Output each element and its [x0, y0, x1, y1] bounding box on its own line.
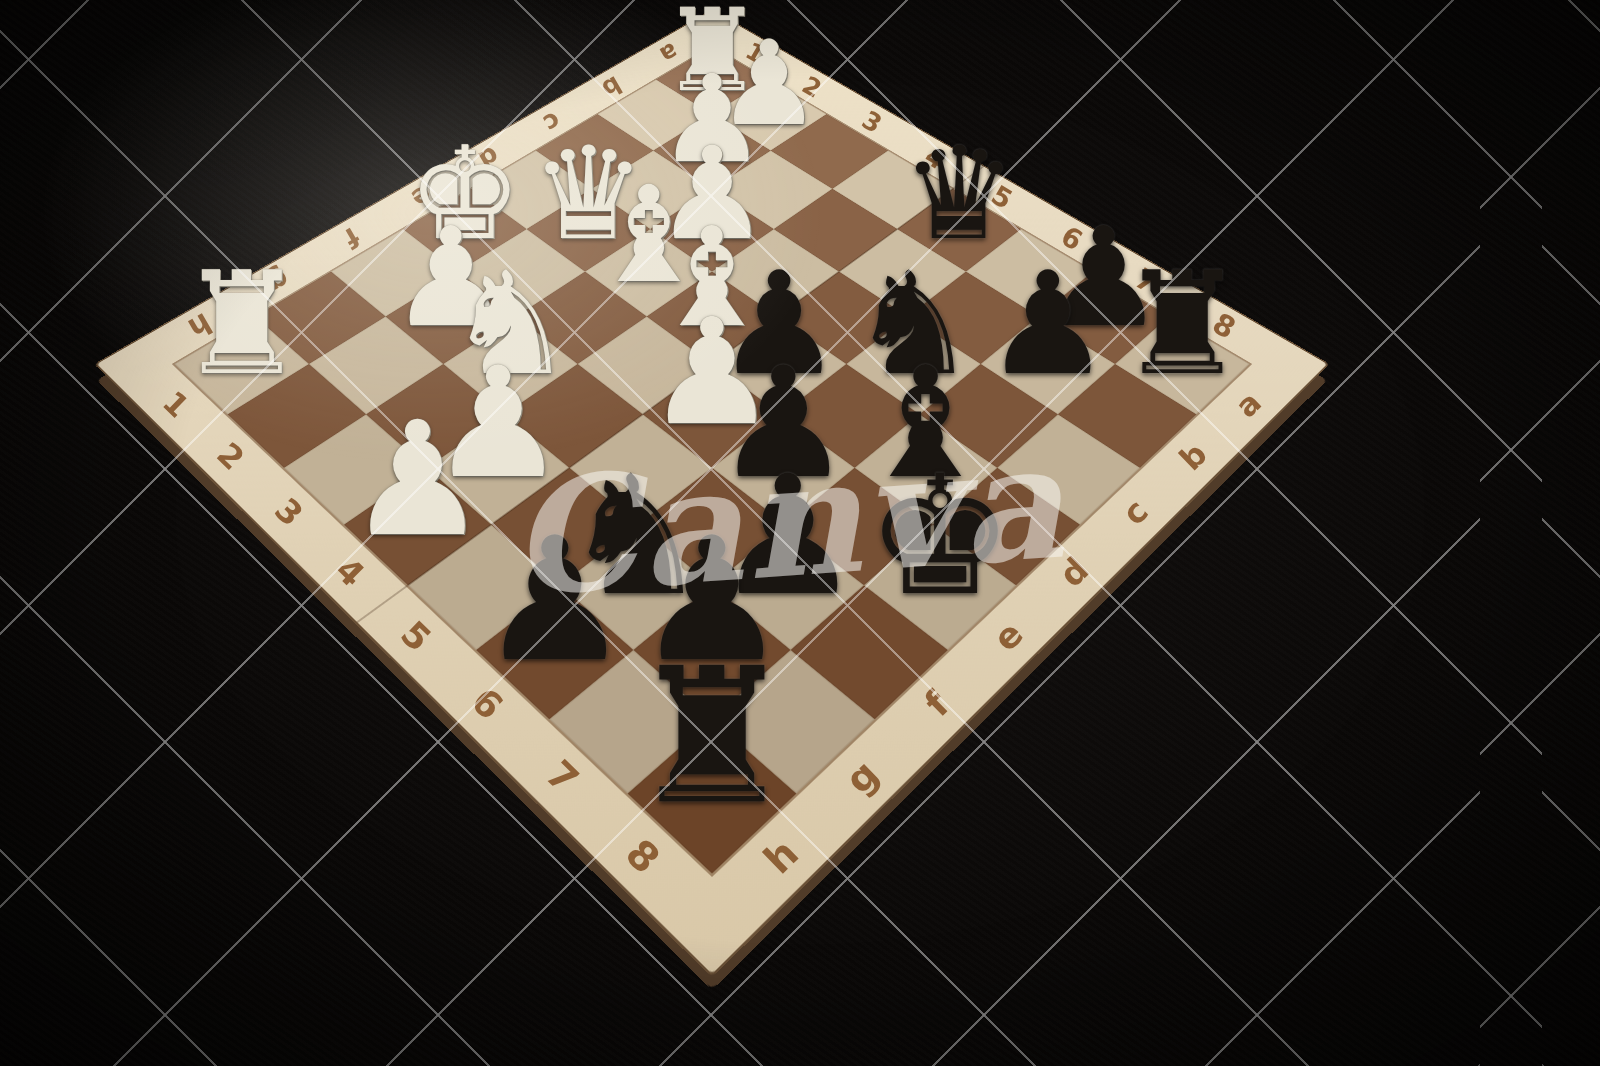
- stock-photo-chessboard: abcdefghabcdefgh1234567812345678 ♜♟♟♚♛♟♛…: [0, 0, 1600, 1066]
